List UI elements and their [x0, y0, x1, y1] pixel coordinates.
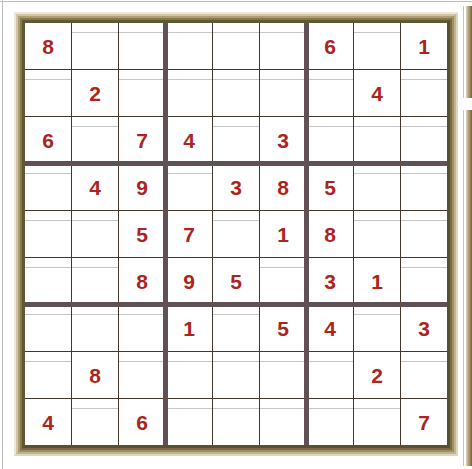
cell-r9c2[interactable] — [72, 399, 118, 445]
cell-r5c7: 8 — [307, 211, 353, 257]
sudoku-board: 86124674349385571889531154382467 — [25, 23, 447, 445]
cell-r5c1[interactable] — [25, 211, 71, 257]
box-divider-horizontal-1 — [25, 161, 447, 166]
box-divider-vertical-2 — [304, 23, 309, 445]
cell-r6c3: 8 — [119, 258, 165, 304]
cell-r8c1[interactable] — [25, 352, 71, 398]
cell-r8c2: 8 — [72, 352, 118, 398]
adjacent-board-frame-top — [463, 6, 472, 98]
frame-ring-3: 86124674349385571889531154382467 — [18, 16, 454, 452]
cell-r1c7: 6 — [307, 23, 353, 69]
cell-r6c8: 1 — [354, 258, 400, 304]
box-divider-horizontal-2 — [25, 302, 447, 307]
cell-r8c7[interactable] — [307, 352, 353, 398]
frame-ring-inner: 86124674349385571889531154382467 — [22, 20, 450, 448]
cell-r3c1: 6 — [25, 117, 71, 163]
box-divider-vertical-1 — [163, 23, 168, 445]
cell-r4c2: 4 — [72, 164, 118, 210]
cell-r7c5[interactable] — [213, 305, 259, 351]
cell-r8c5[interactable] — [213, 352, 259, 398]
cell-r8c3[interactable] — [119, 352, 165, 398]
adjacent-frame-band — [466, 6, 472, 98]
cell-r7c2[interactable] — [72, 305, 118, 351]
cell-r3c7[interactable] — [307, 117, 353, 163]
cell-r4c5: 3 — [213, 164, 259, 210]
cell-r5c6: 1 — [260, 211, 306, 257]
cell-r1c9: 1 — [401, 23, 447, 69]
cell-r2c4[interactable] — [166, 70, 212, 116]
cell-r6c5: 5 — [213, 258, 259, 304]
cell-r1c8[interactable] — [354, 23, 400, 69]
cell-r6c1[interactable] — [25, 258, 71, 304]
cell-r7c4: 1 — [166, 305, 212, 351]
frame-ring-outer: 86124674349385571889531154382467 — [14, 12, 458, 456]
cell-r3c4: 4 — [166, 117, 212, 163]
cell-r5c5[interactable] — [213, 211, 259, 257]
cell-r6c4: 9 — [166, 258, 212, 304]
cell-r4c6: 8 — [260, 164, 306, 210]
cell-r2c6[interactable] — [260, 70, 306, 116]
cell-r3c9[interactable] — [401, 117, 447, 163]
cell-r4c4[interactable] — [166, 164, 212, 210]
adjacent-frame-band — [466, 110, 472, 466]
cell-r4c8[interactable] — [354, 164, 400, 210]
cell-r9c5[interactable] — [213, 399, 259, 445]
cell-r2c3[interactable] — [119, 70, 165, 116]
page-border-left — [2, 0, 3, 469]
cell-r2c2: 2 — [72, 70, 118, 116]
cell-r9c6[interactable] — [260, 399, 306, 445]
cell-r5c2[interactable] — [72, 211, 118, 257]
frame-ring-4: 86124674349385571889531154382467 — [20, 18, 452, 450]
page: 86124674349385571889531154382467 — [0, 0, 472, 469]
cell-r6c9[interactable] — [401, 258, 447, 304]
cell-r9c9: 7 — [401, 399, 447, 445]
cell-r5c8[interactable] — [354, 211, 400, 257]
cell-r2c5[interactable] — [213, 70, 259, 116]
cell-r7c3[interactable] — [119, 305, 165, 351]
cell-r1c5[interactable] — [213, 23, 259, 69]
cell-r3c8[interactable] — [354, 117, 400, 163]
cell-r6c7: 3 — [307, 258, 353, 304]
cell-r8c4[interactable] — [166, 352, 212, 398]
cell-r1c6[interactable] — [260, 23, 306, 69]
cell-r2c7[interactable] — [307, 70, 353, 116]
cell-r8c9[interactable] — [401, 352, 447, 398]
cell-r5c3: 5 — [119, 211, 165, 257]
cell-r9c3: 6 — [119, 399, 165, 445]
cell-r9c7[interactable] — [307, 399, 353, 445]
cell-r5c9[interactable] — [401, 211, 447, 257]
cell-r2c8: 4 — [354, 70, 400, 116]
cell-r4c3: 9 — [119, 164, 165, 210]
cell-r9c1: 4 — [25, 399, 71, 445]
cell-r7c6: 5 — [260, 305, 306, 351]
cell-r4c9[interactable] — [401, 164, 447, 210]
cell-r2c1[interactable] — [25, 70, 71, 116]
adjacent-board-frame-bottom — [463, 110, 472, 466]
cell-r1c2[interactable] — [72, 23, 118, 69]
cell-r9c8[interactable] — [354, 399, 400, 445]
cell-r2c9[interactable] — [401, 70, 447, 116]
cell-r1c3[interactable] — [119, 23, 165, 69]
cell-r3c3: 7 — [119, 117, 165, 163]
frame-ring-2: 86124674349385571889531154382467 — [16, 14, 456, 454]
cell-r9c4[interactable] — [166, 399, 212, 445]
cell-r4c7: 5 — [307, 164, 353, 210]
cell-r3c5[interactable] — [213, 117, 259, 163]
cell-r7c8[interactable] — [354, 305, 400, 351]
cell-r6c2[interactable] — [72, 258, 118, 304]
cell-r8c6[interactable] — [260, 352, 306, 398]
cell-r1c4[interactable] — [166, 23, 212, 69]
cell-r7c7: 4 — [307, 305, 353, 351]
board-frame: 86124674349385571889531154382467 — [14, 12, 458, 456]
cell-r6c6[interactable] — [260, 258, 306, 304]
cell-r7c1[interactable] — [25, 305, 71, 351]
cell-r4c1[interactable] — [25, 164, 71, 210]
cell-r8c8: 2 — [354, 352, 400, 398]
cell-r3c6: 3 — [260, 117, 306, 163]
cell-r7c9: 3 — [401, 305, 447, 351]
page-border-top — [0, 1, 472, 2]
cell-r5c4: 7 — [166, 211, 212, 257]
cell-r3c2[interactable] — [72, 117, 118, 163]
cell-r1c1: 8 — [25, 23, 71, 69]
